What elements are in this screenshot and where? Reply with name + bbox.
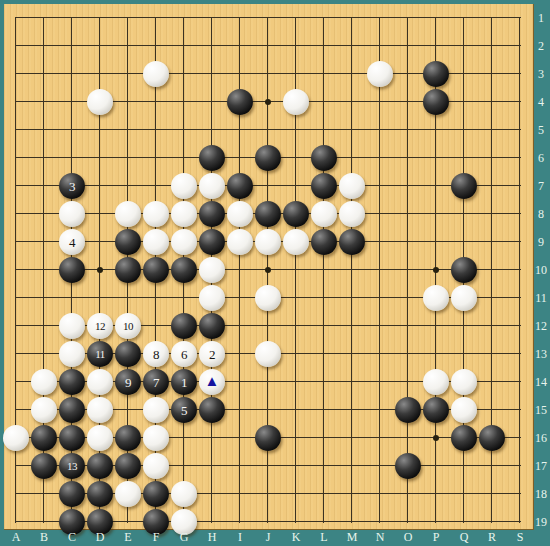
intersection-S5[interactable]: [506, 116, 534, 144]
intersection-K2[interactable]: [282, 32, 310, 60]
intersection-D13[interactable]: 11: [86, 340, 114, 368]
intersection-A17[interactable]: [2, 452, 30, 480]
intersection-N11[interactable]: [366, 284, 394, 312]
intersection-F14[interactable]: 7: [142, 368, 170, 396]
intersection-I6[interactable]: [226, 144, 254, 172]
intersection-E1[interactable]: [114, 4, 142, 32]
intersection-B1[interactable]: [30, 4, 58, 32]
intersection-N6[interactable]: [366, 144, 394, 172]
intersection-L15[interactable]: [310, 396, 338, 424]
intersection-G15[interactable]: 5: [170, 396, 198, 424]
intersection-I12[interactable]: [226, 312, 254, 340]
intersection-M6[interactable]: [338, 144, 366, 172]
intersection-C14[interactable]: [58, 368, 86, 396]
intersection-D6[interactable]: [86, 144, 114, 172]
intersection-G7[interactable]: [170, 172, 198, 200]
intersection-H10[interactable]: [198, 256, 226, 284]
intersection-N4[interactable]: [366, 88, 394, 116]
intersection-B11[interactable]: [30, 284, 58, 312]
intersection-J14[interactable]: [254, 368, 282, 396]
intersection-R13[interactable]: [478, 340, 506, 368]
intersection-D17[interactable]: [86, 452, 114, 480]
intersection-C11[interactable]: [58, 284, 86, 312]
intersection-M3[interactable]: [338, 60, 366, 88]
intersection-S14[interactable]: [506, 368, 534, 396]
intersection-H13[interactable]: 2: [198, 340, 226, 368]
intersection-P1[interactable]: [422, 4, 450, 32]
intersection-L10[interactable]: [310, 256, 338, 284]
intersection-N8[interactable]: [366, 200, 394, 228]
intersection-K1[interactable]: [282, 4, 310, 32]
intersection-I7[interactable]: [226, 172, 254, 200]
intersection-Q2[interactable]: [450, 32, 478, 60]
intersection-I3[interactable]: [226, 60, 254, 88]
intersection-M10[interactable]: [338, 256, 366, 284]
intersection-Q13[interactable]: [450, 340, 478, 368]
intersection-B12[interactable]: [30, 312, 58, 340]
intersection-P8[interactable]: [422, 200, 450, 228]
intersection-O1[interactable]: [394, 4, 422, 32]
intersection-A11[interactable]: [2, 284, 30, 312]
intersection-E13[interactable]: [114, 340, 142, 368]
intersection-F9[interactable]: [142, 228, 170, 256]
intersection-E2[interactable]: [114, 32, 142, 60]
intersection-J15[interactable]: [254, 396, 282, 424]
intersection-G8[interactable]: [170, 200, 198, 228]
intersection-E14[interactable]: 9: [114, 368, 142, 396]
intersection-M5[interactable]: [338, 116, 366, 144]
intersection-K4[interactable]: [282, 88, 310, 116]
intersection-A1[interactable]: [2, 4, 30, 32]
intersection-Q17[interactable]: [450, 452, 478, 480]
intersection-L2[interactable]: [310, 32, 338, 60]
intersection-A4[interactable]: [2, 88, 30, 116]
intersection-P11[interactable]: [422, 284, 450, 312]
intersection-G14[interactable]: 1: [170, 368, 198, 396]
intersection-J8[interactable]: [254, 200, 282, 228]
intersection-C9[interactable]: 4: [58, 228, 86, 256]
intersection-R12[interactable]: [478, 312, 506, 340]
intersection-E12[interactable]: 10: [114, 312, 142, 340]
intersection-E17[interactable]: [114, 452, 142, 480]
intersection-S7[interactable]: [506, 172, 534, 200]
intersection-G6[interactable]: [170, 144, 198, 172]
intersection-J11[interactable]: [254, 284, 282, 312]
intersection-J5[interactable]: [254, 116, 282, 144]
intersection-H1[interactable]: [198, 4, 226, 32]
intersection-E15[interactable]: [114, 396, 142, 424]
intersection-M12[interactable]: [338, 312, 366, 340]
intersection-H12[interactable]: [198, 312, 226, 340]
intersection-A6[interactable]: [2, 144, 30, 172]
intersection-O6[interactable]: [394, 144, 422, 172]
intersection-R9[interactable]: [478, 228, 506, 256]
intersection-K6[interactable]: [282, 144, 310, 172]
intersection-E3[interactable]: [114, 60, 142, 88]
intersection-G12[interactable]: [170, 312, 198, 340]
intersection-C10[interactable]: [58, 256, 86, 284]
intersection-J17[interactable]: [254, 452, 282, 480]
intersection-F7[interactable]: [142, 172, 170, 200]
intersection-R2[interactable]: [478, 32, 506, 60]
intersection-K18[interactable]: [282, 480, 310, 508]
intersection-Q15[interactable]: [450, 396, 478, 424]
intersection-R7[interactable]: [478, 172, 506, 200]
intersection-H9[interactable]: [198, 228, 226, 256]
intersection-N5[interactable]: [366, 116, 394, 144]
intersection-I15[interactable]: [226, 396, 254, 424]
intersection-F13[interactable]: 8: [142, 340, 170, 368]
intersection-C8[interactable]: [58, 200, 86, 228]
intersection-A18[interactable]: [2, 480, 30, 508]
intersection-N16[interactable]: [366, 424, 394, 452]
intersection-I8[interactable]: [226, 200, 254, 228]
intersection-B5[interactable]: [30, 116, 58, 144]
intersection-J13[interactable]: [254, 340, 282, 368]
intersection-D16[interactable]: [86, 424, 114, 452]
intersection-A10[interactable]: [2, 256, 30, 284]
intersection-K16[interactable]: [282, 424, 310, 452]
intersection-M18[interactable]: [338, 480, 366, 508]
intersection-P2[interactable]: [422, 32, 450, 60]
intersection-A13[interactable]: [2, 340, 30, 368]
intersection-H18[interactable]: [198, 480, 226, 508]
board-grid[interactable]: 34121011862971▲513: [2, 4, 534, 536]
intersection-L6[interactable]: [310, 144, 338, 172]
intersection-F3[interactable]: [142, 60, 170, 88]
intersection-A14[interactable]: [2, 368, 30, 396]
intersection-S2[interactable]: [506, 32, 534, 60]
intersection-I11[interactable]: [226, 284, 254, 312]
intersection-P3[interactable]: [422, 60, 450, 88]
intersection-O17[interactable]: [394, 452, 422, 480]
intersection-L5[interactable]: [310, 116, 338, 144]
intersection-Q18[interactable]: [450, 480, 478, 508]
intersection-P4[interactable]: [422, 88, 450, 116]
intersection-Q7[interactable]: [450, 172, 478, 200]
intersection-F11[interactable]: [142, 284, 170, 312]
intersection-Q9[interactable]: [450, 228, 478, 256]
intersection-E4[interactable]: [114, 88, 142, 116]
intersection-N2[interactable]: [366, 32, 394, 60]
intersection-C18[interactable]: [58, 480, 86, 508]
intersection-E8[interactable]: [114, 200, 142, 228]
intersection-B2[interactable]: [30, 32, 58, 60]
intersection-E10[interactable]: [114, 256, 142, 284]
intersection-L13[interactable]: [310, 340, 338, 368]
intersection-K8[interactable]: [282, 200, 310, 228]
intersection-F15[interactable]: [142, 396, 170, 424]
intersection-G4[interactable]: [170, 88, 198, 116]
intersection-M9[interactable]: [338, 228, 366, 256]
intersection-O12[interactable]: [394, 312, 422, 340]
intersection-E5[interactable]: [114, 116, 142, 144]
intersection-H7[interactable]: [198, 172, 226, 200]
intersection-H16[interactable]: [198, 424, 226, 452]
intersection-F18[interactable]: [142, 480, 170, 508]
intersection-G3[interactable]: [170, 60, 198, 88]
intersection-M17[interactable]: [338, 452, 366, 480]
intersection-C6[interactable]: [58, 144, 86, 172]
intersection-N13[interactable]: [366, 340, 394, 368]
intersection-Q3[interactable]: [450, 60, 478, 88]
intersection-I10[interactable]: [226, 256, 254, 284]
intersection-N14[interactable]: [366, 368, 394, 396]
intersection-F17[interactable]: [142, 452, 170, 480]
intersection-G10[interactable]: [170, 256, 198, 284]
intersection-D5[interactable]: [86, 116, 114, 144]
intersection-J9[interactable]: [254, 228, 282, 256]
intersection-L7[interactable]: [310, 172, 338, 200]
intersection-D12[interactable]: 12: [86, 312, 114, 340]
intersection-O14[interactable]: [394, 368, 422, 396]
intersection-S9[interactable]: [506, 228, 534, 256]
intersection-E6[interactable]: [114, 144, 142, 172]
intersection-M14[interactable]: [338, 368, 366, 396]
intersection-P18[interactable]: [422, 480, 450, 508]
intersection-S3[interactable]: [506, 60, 534, 88]
intersection-E11[interactable]: [114, 284, 142, 312]
intersection-L14[interactable]: [310, 368, 338, 396]
intersection-R10[interactable]: [478, 256, 506, 284]
intersection-C1[interactable]: [58, 4, 86, 32]
intersection-N18[interactable]: [366, 480, 394, 508]
intersection-G13[interactable]: 6: [170, 340, 198, 368]
intersection-O16[interactable]: [394, 424, 422, 452]
intersection-H11[interactable]: [198, 284, 226, 312]
intersection-N1[interactable]: [366, 4, 394, 32]
intersection-N3[interactable]: [366, 60, 394, 88]
intersection-C12[interactable]: [58, 312, 86, 340]
intersection-K7[interactable]: [282, 172, 310, 200]
intersection-D14[interactable]: [86, 368, 114, 396]
intersection-P16[interactable]: [422, 424, 450, 452]
intersection-A5[interactable]: [2, 116, 30, 144]
intersection-P14[interactable]: [422, 368, 450, 396]
intersection-R14[interactable]: [478, 368, 506, 396]
intersection-O4[interactable]: [394, 88, 422, 116]
intersection-R8[interactable]: [478, 200, 506, 228]
intersection-Q16[interactable]: [450, 424, 478, 452]
intersection-P5[interactable]: [422, 116, 450, 144]
intersection-D10[interactable]: [86, 256, 114, 284]
intersection-R18[interactable]: [478, 480, 506, 508]
intersection-D8[interactable]: [86, 200, 114, 228]
intersection-K17[interactable]: [282, 452, 310, 480]
intersection-P12[interactable]: [422, 312, 450, 340]
intersection-J7[interactable]: [254, 172, 282, 200]
intersection-S15[interactable]: [506, 396, 534, 424]
intersection-K15[interactable]: [282, 396, 310, 424]
intersection-D3[interactable]: [86, 60, 114, 88]
go-board[interactable]: 34121011862971▲513: [4, 4, 534, 530]
intersection-Q8[interactable]: [450, 200, 478, 228]
intersection-I17[interactable]: [226, 452, 254, 480]
intersection-B16[interactable]: [30, 424, 58, 452]
intersection-F8[interactable]: [142, 200, 170, 228]
intersection-O8[interactable]: [394, 200, 422, 228]
intersection-F6[interactable]: [142, 144, 170, 172]
intersection-A9[interactable]: [2, 228, 30, 256]
intersection-O7[interactable]: [394, 172, 422, 200]
intersection-K12[interactable]: [282, 312, 310, 340]
intersection-J18[interactable]: [254, 480, 282, 508]
intersection-F1[interactable]: [142, 4, 170, 32]
intersection-J16[interactable]: [254, 424, 282, 452]
intersection-M13[interactable]: [338, 340, 366, 368]
intersection-H14[interactable]: ▲: [198, 368, 226, 396]
intersection-R16[interactable]: [478, 424, 506, 452]
intersection-B7[interactable]: [30, 172, 58, 200]
intersection-N7[interactable]: [366, 172, 394, 200]
intersection-M2[interactable]: [338, 32, 366, 60]
intersection-S10[interactable]: [506, 256, 534, 284]
intersection-O3[interactable]: [394, 60, 422, 88]
intersection-C17[interactable]: 13: [58, 452, 86, 480]
intersection-H6[interactable]: [198, 144, 226, 172]
intersection-B13[interactable]: [30, 340, 58, 368]
intersection-A2[interactable]: [2, 32, 30, 60]
intersection-L11[interactable]: [310, 284, 338, 312]
intersection-E18[interactable]: [114, 480, 142, 508]
intersection-B3[interactable]: [30, 60, 58, 88]
intersection-H15[interactable]: [198, 396, 226, 424]
intersection-M7[interactable]: [338, 172, 366, 200]
intersection-Q12[interactable]: [450, 312, 478, 340]
intersection-J3[interactable]: [254, 60, 282, 88]
intersection-S11[interactable]: [506, 284, 534, 312]
intersection-C5[interactable]: [58, 116, 86, 144]
intersection-D11[interactable]: [86, 284, 114, 312]
intersection-G11[interactable]: [170, 284, 198, 312]
intersection-I13[interactable]: [226, 340, 254, 368]
intersection-S17[interactable]: [506, 452, 534, 480]
intersection-I16[interactable]: [226, 424, 254, 452]
intersection-B10[interactable]: [30, 256, 58, 284]
intersection-A15[interactable]: [2, 396, 30, 424]
intersection-L9[interactable]: [310, 228, 338, 256]
intersection-C15[interactable]: [58, 396, 86, 424]
intersection-E16[interactable]: [114, 424, 142, 452]
intersection-P15[interactable]: [422, 396, 450, 424]
intersection-O18[interactable]: [394, 480, 422, 508]
intersection-R3[interactable]: [478, 60, 506, 88]
intersection-O15[interactable]: [394, 396, 422, 424]
intersection-H2[interactable]: [198, 32, 226, 60]
intersection-L1[interactable]: [310, 4, 338, 32]
intersection-N15[interactable]: [366, 396, 394, 424]
intersection-N10[interactable]: [366, 256, 394, 284]
intersection-M15[interactable]: [338, 396, 366, 424]
intersection-B6[interactable]: [30, 144, 58, 172]
intersection-I18[interactable]: [226, 480, 254, 508]
intersection-O5[interactable]: [394, 116, 422, 144]
intersection-K9[interactable]: [282, 228, 310, 256]
intersection-S16[interactable]: [506, 424, 534, 452]
intersection-G17[interactable]: [170, 452, 198, 480]
intersection-Q14[interactable]: [450, 368, 478, 396]
intersection-B4[interactable]: [30, 88, 58, 116]
intersection-B17[interactable]: [30, 452, 58, 480]
intersection-P6[interactable]: [422, 144, 450, 172]
intersection-S8[interactable]: [506, 200, 534, 228]
intersection-P13[interactable]: [422, 340, 450, 368]
intersection-K11[interactable]: [282, 284, 310, 312]
intersection-M11[interactable]: [338, 284, 366, 312]
intersection-A7[interactable]: [2, 172, 30, 200]
intersection-R15[interactable]: [478, 396, 506, 424]
intersection-N17[interactable]: [366, 452, 394, 480]
intersection-M16[interactable]: [338, 424, 366, 452]
intersection-N12[interactable]: [366, 312, 394, 340]
intersection-B18[interactable]: [30, 480, 58, 508]
intersection-L18[interactable]: [310, 480, 338, 508]
intersection-I14[interactable]: [226, 368, 254, 396]
intersection-L3[interactable]: [310, 60, 338, 88]
intersection-G16[interactable]: [170, 424, 198, 452]
intersection-O10[interactable]: [394, 256, 422, 284]
intersection-R6[interactable]: [478, 144, 506, 172]
intersection-S4[interactable]: [506, 88, 534, 116]
intersection-H3[interactable]: [198, 60, 226, 88]
intersection-H4[interactable]: [198, 88, 226, 116]
intersection-F4[interactable]: [142, 88, 170, 116]
intersection-F16[interactable]: [142, 424, 170, 452]
intersection-O9[interactable]: [394, 228, 422, 256]
intersection-C13[interactable]: [58, 340, 86, 368]
intersection-A12[interactable]: [2, 312, 30, 340]
intersection-K10[interactable]: [282, 256, 310, 284]
intersection-I5[interactable]: [226, 116, 254, 144]
intersection-S12[interactable]: [506, 312, 534, 340]
intersection-O2[interactable]: [394, 32, 422, 60]
intersection-A16[interactable]: [2, 424, 30, 452]
intersection-A3[interactable]: [2, 60, 30, 88]
intersection-Q10[interactable]: [450, 256, 478, 284]
intersection-M1[interactable]: [338, 4, 366, 32]
intersection-K5[interactable]: [282, 116, 310, 144]
intersection-R4[interactable]: [478, 88, 506, 116]
intersection-G1[interactable]: [170, 4, 198, 32]
intersection-G5[interactable]: [170, 116, 198, 144]
intersection-C7[interactable]: 3: [58, 172, 86, 200]
intersection-C4[interactable]: [58, 88, 86, 116]
intersection-S13[interactable]: [506, 340, 534, 368]
intersection-A8[interactable]: [2, 200, 30, 228]
intersection-O13[interactable]: [394, 340, 422, 368]
intersection-P10[interactable]: [422, 256, 450, 284]
intersection-B8[interactable]: [30, 200, 58, 228]
intersection-O11[interactable]: [394, 284, 422, 312]
intersection-D15[interactable]: [86, 396, 114, 424]
intersection-J6[interactable]: [254, 144, 282, 172]
intersection-Q6[interactable]: [450, 144, 478, 172]
intersection-D7[interactable]: [86, 172, 114, 200]
intersection-D9[interactable]: [86, 228, 114, 256]
intersection-H5[interactable]: [198, 116, 226, 144]
intersection-D2[interactable]: [86, 32, 114, 60]
intersection-I1[interactable]: [226, 4, 254, 32]
intersection-Q4[interactable]: [450, 88, 478, 116]
intersection-F5[interactable]: [142, 116, 170, 144]
intersection-L4[interactable]: [310, 88, 338, 116]
intersection-R17[interactable]: [478, 452, 506, 480]
intersection-Q5[interactable]: [450, 116, 478, 144]
intersection-R5[interactable]: [478, 116, 506, 144]
intersection-S1[interactable]: [506, 4, 534, 32]
intersection-I4[interactable]: [226, 88, 254, 116]
intersection-I2[interactable]: [226, 32, 254, 60]
